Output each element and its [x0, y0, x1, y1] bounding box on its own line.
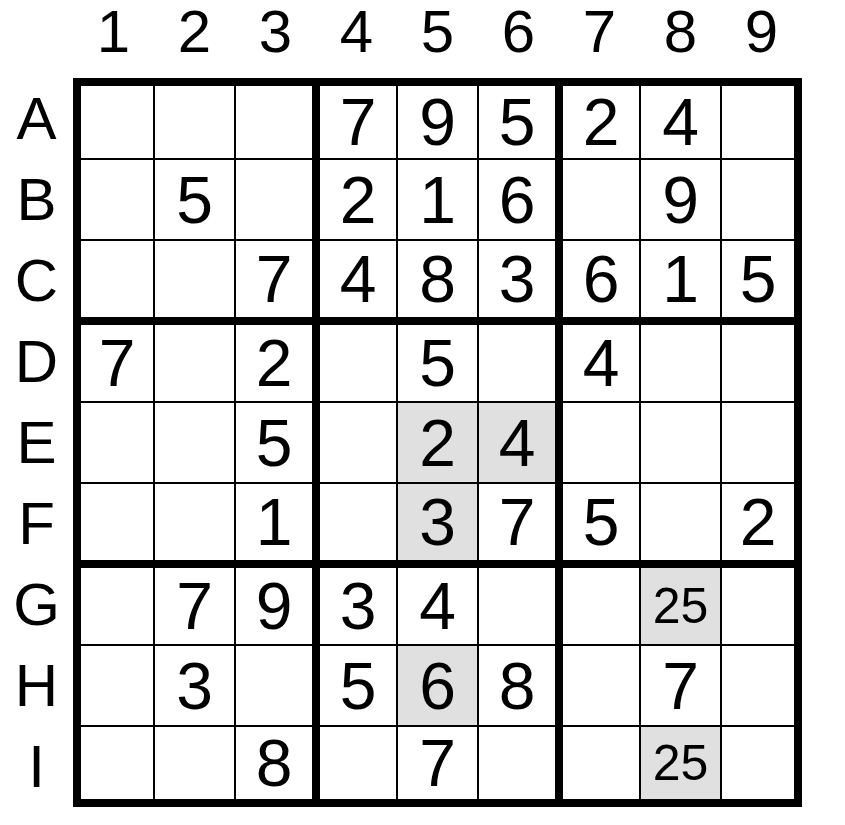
cell-B6[interactable]: 6	[479, 160, 555, 239]
cell-E4[interactable]	[320, 403, 396, 482]
cell-F1[interactable]	[81, 484, 153, 560]
column-label-9: 9	[721, 0, 802, 70]
cell-A4[interactable]: 7	[320, 86, 396, 158]
cell-F7[interactable]: 5	[563, 484, 639, 560]
cell-C3[interactable]: 7	[236, 241, 312, 317]
cell-C2[interactable]	[155, 241, 234, 317]
cell-I3[interactable]: 8	[236, 727, 312, 799]
row-label-F: F	[0, 483, 73, 564]
cell-G6[interactable]	[479, 568, 555, 644]
cell-D3[interactable]: 2	[236, 325, 312, 401]
cell-H1[interactable]	[81, 646, 153, 725]
row-label-B: B	[0, 159, 73, 240]
cell-I9[interactable]	[722, 727, 794, 799]
cell-B7[interactable]	[563, 160, 639, 239]
cell-I1[interactable]	[81, 727, 153, 799]
cell-E7[interactable]	[563, 403, 639, 482]
cell-G2[interactable]: 7	[155, 568, 234, 644]
column-label-5: 5	[397, 0, 478, 70]
cell-G4[interactable]: 3	[320, 568, 396, 644]
row-label-E: E	[0, 402, 73, 483]
cell-E9[interactable]	[722, 403, 794, 482]
cell-B9[interactable]	[722, 160, 794, 239]
cell-A7[interactable]: 2	[563, 86, 639, 158]
column-label-6: 6	[478, 0, 559, 70]
cell-G7[interactable]	[563, 568, 639, 644]
cell-I4[interactable]	[320, 727, 396, 799]
cell-H4[interactable]: 5	[320, 646, 396, 725]
cell-B1[interactable]	[81, 160, 153, 239]
cell-G1[interactable]	[81, 568, 153, 644]
cell-A1[interactable]	[81, 86, 153, 158]
row-label-D: D	[0, 321, 73, 402]
cell-D8[interactable]	[641, 325, 720, 401]
column-label-1: 1	[73, 0, 154, 70]
cell-A5[interactable]: 9	[398, 86, 477, 158]
cell-C9[interactable]: 5	[722, 241, 794, 317]
cell-D6[interactable]	[479, 325, 555, 401]
cell-H9[interactable]	[722, 646, 794, 725]
cell-D2[interactable]	[155, 325, 234, 401]
cell-D9[interactable]	[722, 325, 794, 401]
cell-E1[interactable]	[81, 403, 153, 482]
cell-H5[interactable]: 6	[398, 646, 477, 725]
cell-F5[interactable]: 3	[398, 484, 477, 560]
cell-F4[interactable]	[320, 484, 396, 560]
cell-C6[interactable]: 3	[479, 241, 555, 317]
cell-C4[interactable]: 4	[320, 241, 396, 317]
cell-F6[interactable]: 7	[479, 484, 555, 560]
cell-G8[interactable]: 25	[641, 568, 720, 644]
cell-G5[interactable]: 4	[398, 568, 477, 644]
cell-B4[interactable]: 2	[320, 160, 396, 239]
cell-B5[interactable]: 1	[398, 160, 477, 239]
cell-B2[interactable]: 5	[155, 160, 234, 239]
cell-F9[interactable]: 2	[722, 484, 794, 560]
cell-H6[interactable]: 8	[479, 646, 555, 725]
cell-A2[interactable]	[155, 86, 234, 158]
cell-H7[interactable]	[563, 646, 639, 725]
cell-G9[interactable]	[722, 568, 794, 644]
cell-E5[interactable]: 2	[398, 403, 477, 482]
column-label-8: 8	[640, 0, 721, 70]
sudoku-puzzle: 7952452169748361572545241375279342535687…	[0, 0, 845, 825]
cell-I6[interactable]	[479, 727, 555, 799]
cell-F2[interactable]	[155, 484, 234, 560]
cell-E2[interactable]	[155, 403, 234, 482]
row-label-G: G	[0, 564, 73, 645]
cell-E8[interactable]	[641, 403, 720, 482]
cell-A8[interactable]: 4	[641, 86, 720, 158]
cell-E6[interactable]: 4	[479, 403, 555, 482]
column-label-2: 2	[154, 0, 235, 70]
cell-A9[interactable]	[722, 86, 794, 158]
row-label-C: C	[0, 240, 73, 321]
cell-F8[interactable]	[641, 484, 720, 560]
cell-H8[interactable]: 7	[641, 646, 720, 725]
cell-H2[interactable]: 3	[155, 646, 234, 725]
cell-G3[interactable]: 9	[236, 568, 312, 644]
cell-I8[interactable]: 25	[641, 727, 720, 799]
row-label-H: H	[0, 645, 73, 726]
row-label-A: A	[0, 78, 73, 159]
column-label-7: 7	[559, 0, 640, 70]
cell-D5[interactable]: 5	[398, 325, 477, 401]
cell-A3[interactable]	[236, 86, 312, 158]
cell-D1[interactable]: 7	[81, 325, 153, 401]
cell-D7[interactable]: 4	[563, 325, 639, 401]
cell-H3[interactable]	[236, 646, 312, 725]
cell-F3[interactable]: 1	[236, 484, 312, 560]
cell-E3[interactable]: 5	[236, 403, 312, 482]
cell-C1[interactable]	[81, 241, 153, 317]
cell-C5[interactable]: 8	[398, 241, 477, 317]
cell-C8[interactable]: 1	[641, 241, 720, 317]
column-label-4: 4	[316, 0, 397, 70]
row-label-I: I	[0, 726, 73, 807]
cell-D4[interactable]	[320, 325, 396, 401]
cell-B8[interactable]: 9	[641, 160, 720, 239]
cell-I7[interactable]	[563, 727, 639, 799]
cell-A6[interactable]: 5	[479, 86, 555, 158]
cell-I2[interactable]	[155, 727, 234, 799]
cell-B3[interactable]	[236, 160, 312, 239]
cell-I5[interactable]: 7	[398, 727, 477, 799]
cell-C7[interactable]: 6	[563, 241, 639, 317]
column-label-3: 3	[235, 0, 316, 70]
sudoku-grid: 7952452169748361572545241375279342535687…	[73, 78, 802, 807]
